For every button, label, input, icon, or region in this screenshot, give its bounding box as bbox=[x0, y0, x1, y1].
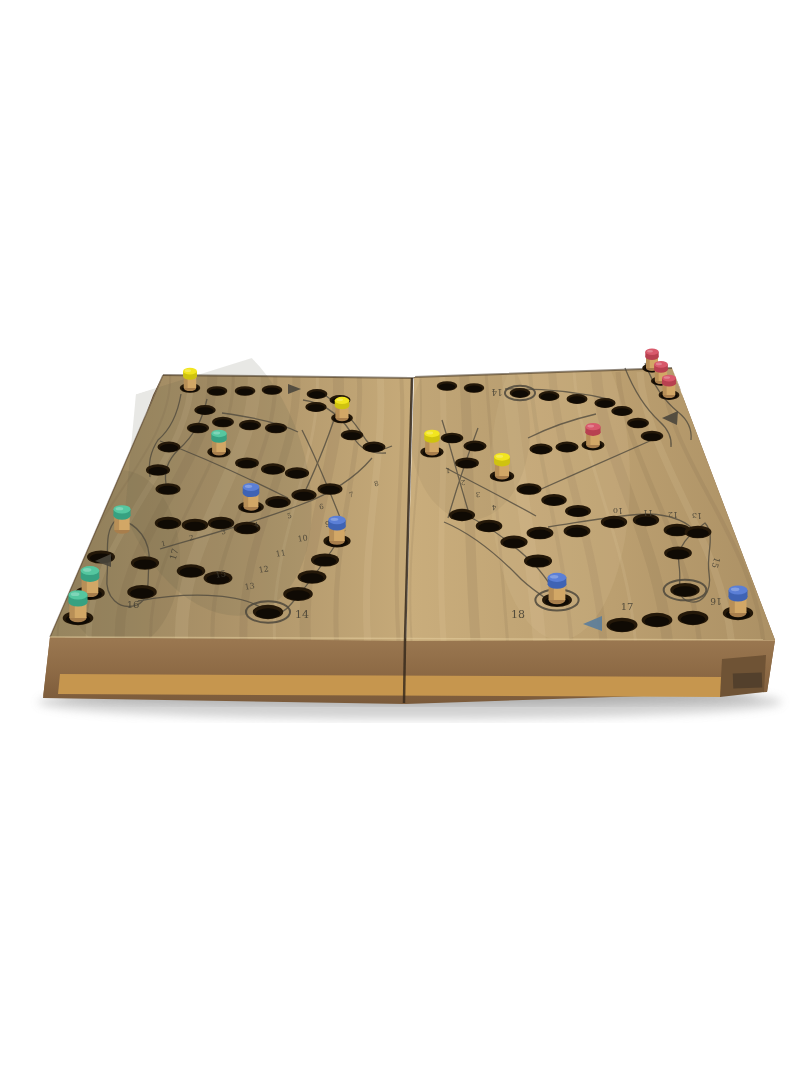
track-number: 3 bbox=[476, 490, 480, 498]
track-number: 13 bbox=[244, 581, 255, 591]
board-hole bbox=[565, 505, 591, 517]
peg-blue bbox=[548, 573, 567, 604]
peg-yellow bbox=[424, 430, 439, 456]
board-hole bbox=[307, 389, 328, 399]
peg-red bbox=[662, 375, 676, 398]
track-number: 12 bbox=[258, 564, 269, 574]
peg-yellow bbox=[183, 368, 197, 391]
board-hole bbox=[262, 385, 283, 395]
board-hole bbox=[182, 519, 209, 531]
peg-blue bbox=[243, 483, 260, 511]
board-hole bbox=[194, 405, 216, 415]
product-photo-scene: 1234567891011121314151617141234101112131… bbox=[0, 0, 800, 1074]
board-hole bbox=[627, 418, 649, 428]
board-hole bbox=[449, 509, 475, 521]
board-hole bbox=[285, 467, 309, 478]
dovetail-patch bbox=[733, 672, 763, 688]
track-number: 14 bbox=[295, 608, 309, 621]
board-hole bbox=[527, 527, 554, 540]
board-hole bbox=[685, 526, 712, 539]
board-hole bbox=[305, 402, 326, 412]
board-hole bbox=[517, 483, 542, 495]
track-number: 11 bbox=[275, 548, 286, 558]
board-hole bbox=[566, 394, 587, 404]
track-number: 4 bbox=[491, 503, 496, 511]
board-hole bbox=[524, 554, 552, 567]
track-number: 10 bbox=[613, 506, 623, 515]
board-hole bbox=[341, 430, 364, 441]
board-hole bbox=[187, 423, 209, 433]
track-number: 13 bbox=[692, 511, 702, 520]
board-hole bbox=[678, 611, 709, 625]
board-hole bbox=[212, 417, 234, 427]
board-hole bbox=[156, 483, 181, 495]
board-hole bbox=[239, 420, 261, 430]
peg-blue bbox=[729, 585, 748, 617]
board-hole bbox=[437, 381, 457, 391]
board-hole bbox=[539, 391, 560, 401]
board-hole bbox=[607, 618, 638, 633]
board-hole bbox=[155, 517, 181, 529]
front-seam-line bbox=[404, 641, 405, 703]
track-number: 2 bbox=[461, 478, 465, 486]
peg-yellow bbox=[335, 397, 350, 421]
board-hole bbox=[265, 496, 291, 508]
fold-gap-white bbox=[402, 352, 420, 377]
board-hole bbox=[455, 457, 479, 468]
track-number: 16 bbox=[710, 596, 722, 606]
board-hole bbox=[131, 556, 159, 569]
track-number: 17 bbox=[621, 601, 634, 612]
board-hole bbox=[541, 494, 566, 506]
track-number: 15 bbox=[215, 568, 227, 579]
board-hole bbox=[664, 546, 692, 559]
board-hole bbox=[291, 489, 316, 501]
board-hole bbox=[177, 564, 206, 577]
board-hole bbox=[208, 517, 234, 529]
board-hole bbox=[207, 386, 228, 396]
board-hole bbox=[594, 398, 615, 408]
board-hole bbox=[157, 442, 180, 453]
track-number: 18 bbox=[511, 608, 525, 621]
board-hole bbox=[500, 536, 527, 549]
front-inlay-strip bbox=[58, 674, 722, 697]
track-number: 14 bbox=[492, 387, 503, 397]
board-hole bbox=[555, 442, 578, 453]
board-hole bbox=[464, 383, 485, 393]
peg-yellow bbox=[494, 453, 510, 480]
board-hole bbox=[283, 587, 313, 601]
board-hole bbox=[463, 441, 486, 452]
board-hole bbox=[298, 570, 327, 584]
peg-green bbox=[68, 590, 87, 622]
track-number: 16 bbox=[127, 599, 140, 610]
track-number: 1 bbox=[446, 466, 450, 474]
board-hole bbox=[127, 585, 157, 599]
board-hole bbox=[318, 483, 343, 495]
board-hole bbox=[529, 444, 552, 455]
board-hole bbox=[441, 433, 464, 444]
board-hole bbox=[311, 553, 339, 566]
board-hole bbox=[265, 423, 287, 433]
tock-board: 1234567891011121314151617141234101112131… bbox=[0, 0, 800, 1074]
board-hole bbox=[601, 516, 627, 528]
board-hole bbox=[642, 613, 673, 627]
board-hole bbox=[235, 386, 256, 396]
peg-blue bbox=[328, 516, 345, 545]
track-number: 12 bbox=[668, 510, 678, 519]
board-hole bbox=[641, 431, 664, 442]
board-hole bbox=[146, 464, 170, 475]
peg-green bbox=[113, 505, 130, 534]
peg-red bbox=[585, 423, 600, 448]
board-hole bbox=[564, 525, 591, 538]
track-number: 11 bbox=[643, 508, 653, 517]
peg-green bbox=[211, 430, 226, 456]
board-hole bbox=[611, 406, 633, 416]
board-hole bbox=[362, 442, 385, 453]
track-number: 10 bbox=[297, 533, 308, 543]
board-hole bbox=[261, 463, 285, 474]
board-hole bbox=[235, 457, 259, 468]
board-hole bbox=[476, 520, 503, 533]
